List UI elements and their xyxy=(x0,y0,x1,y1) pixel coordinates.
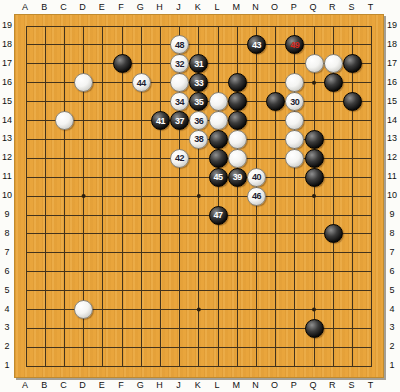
column-label-bottom-A: A xyxy=(22,380,28,390)
stone-black-L12[interactable] xyxy=(209,149,228,168)
move-number: 31 xyxy=(194,59,203,69)
stone-white-N10[interactable]: 46 xyxy=(247,187,266,206)
column-label-bottom-J: J xyxy=(176,380,181,390)
row-label-right-13: 13 xyxy=(387,133,397,143)
stone-white-G16[interactable]: 44 xyxy=(132,73,151,92)
last-move-number: 49 xyxy=(290,40,299,50)
stone-black-H14[interactable]: 41 xyxy=(151,111,170,130)
stone-white-P12[interactable] xyxy=(285,149,304,168)
go-board[interactable]: 3031323334353637383940414243444546474849 xyxy=(14,14,384,378)
row-label-left-4: 4 xyxy=(4,304,9,314)
row-label-left-1: 1 xyxy=(4,360,9,370)
column-label-top-H: H xyxy=(156,2,163,12)
move-number: 39 xyxy=(233,172,242,182)
stone-black-Q12[interactable] xyxy=(305,149,324,168)
row-label-right-5: 5 xyxy=(389,285,394,295)
stone-black-M11[interactable]: 39 xyxy=(228,168,247,187)
column-label-top-T: T xyxy=(368,2,374,12)
stone-black-L13[interactable] xyxy=(209,130,228,149)
row-label-left-8: 8 xyxy=(4,228,9,238)
move-number: 45 xyxy=(213,172,222,182)
stone-white-C14[interactable] xyxy=(55,111,74,130)
row-label-right-6: 6 xyxy=(389,266,394,276)
star-point xyxy=(312,194,316,198)
move-number: 41 xyxy=(156,116,165,126)
stone-white-D4[interactable] xyxy=(74,300,93,319)
row-label-right-17: 17 xyxy=(387,58,397,68)
row-label-left-7: 7 xyxy=(4,247,9,257)
stone-black-J14[interactable]: 37 xyxy=(170,111,189,130)
column-label-top-F: F xyxy=(118,2,124,12)
star-point xyxy=(82,194,86,198)
stone-white-M13[interactable] xyxy=(228,130,247,149)
move-number: 30 xyxy=(290,97,299,107)
stone-black-S15[interactable] xyxy=(343,92,362,111)
column-label-bottom-F: F xyxy=(118,380,124,390)
column-label-bottom-T: T xyxy=(368,380,374,390)
column-label-bottom-N: N xyxy=(252,380,259,390)
move-number: 32 xyxy=(175,59,184,69)
column-label-top-O: O xyxy=(271,2,278,12)
column-label-top-C: C xyxy=(60,2,67,12)
stone-black-Q3[interactable] xyxy=(305,319,324,338)
move-number: 40 xyxy=(252,172,261,182)
row-label-left-10: 10 xyxy=(2,190,12,200)
column-label-top-L: L xyxy=(214,2,219,12)
row-label-right-16: 16 xyxy=(387,77,397,87)
stone-white-N11[interactable]: 40 xyxy=(247,168,266,187)
row-label-right-7: 7 xyxy=(389,247,394,257)
stone-black-Q11[interactable] xyxy=(305,168,324,187)
row-label-right-14: 14 xyxy=(387,115,397,125)
stone-white-L14[interactable] xyxy=(209,111,228,130)
column-label-top-M: M xyxy=(232,2,240,12)
row-label-left-14: 14 xyxy=(2,115,12,125)
row-label-right-2: 2 xyxy=(389,341,394,351)
row-label-right-1: 1 xyxy=(389,360,394,370)
move-number: 44 xyxy=(137,78,146,88)
stone-white-Q17[interactable] xyxy=(305,54,324,73)
row-label-left-5: 5 xyxy=(4,285,9,295)
row-label-right-8: 8 xyxy=(389,228,394,238)
column-label-top-J: J xyxy=(176,2,181,12)
column-label-top-E: E xyxy=(99,2,105,12)
column-label-top-K: K xyxy=(195,2,201,12)
column-label-bottom-C: C xyxy=(60,380,67,390)
move-number: 36 xyxy=(194,116,203,126)
move-number: 46 xyxy=(252,191,261,201)
column-label-bottom-B: B xyxy=(41,380,47,390)
row-label-right-15: 15 xyxy=(387,96,397,106)
row-label-left-6: 6 xyxy=(4,266,9,276)
row-label-right-10: 10 xyxy=(387,190,397,200)
column-label-bottom-D: D xyxy=(79,380,86,390)
column-label-top-R: R xyxy=(329,2,336,12)
row-label-left-15: 15 xyxy=(2,96,12,106)
move-number: 34 xyxy=(175,97,184,107)
stone-black-F17[interactable] xyxy=(113,54,132,73)
go-game-view: 3031323334353637383940414243444546474849… xyxy=(0,0,400,392)
stone-black-L11[interactable]: 45 xyxy=(209,168,228,187)
row-label-left-18: 18 xyxy=(2,39,12,49)
row-label-left-9: 9 xyxy=(4,209,9,219)
column-label-top-G: G xyxy=(137,2,144,12)
stone-white-M12[interactable] xyxy=(228,149,247,168)
row-label-left-19: 19 xyxy=(2,20,12,30)
move-number: 48 xyxy=(175,40,184,50)
star-point xyxy=(312,81,316,85)
row-label-right-18: 18 xyxy=(387,39,397,49)
move-number: 35 xyxy=(194,97,203,107)
column-label-top-A: A xyxy=(22,2,28,12)
stone-white-J12[interactable]: 42 xyxy=(170,149,189,168)
row-label-left-2: 2 xyxy=(4,341,9,351)
column-label-top-S: S xyxy=(348,2,354,12)
column-label-top-B: B xyxy=(41,2,47,12)
row-label-right-11: 11 xyxy=(387,171,396,181)
move-number: 43 xyxy=(252,40,261,50)
row-label-right-3: 3 xyxy=(389,322,394,332)
star-point xyxy=(197,308,201,312)
star-point xyxy=(312,308,316,312)
star-point xyxy=(197,194,201,198)
move-number: 42 xyxy=(175,153,184,163)
row-label-right-4: 4 xyxy=(389,304,394,314)
column-label-bottom-L: L xyxy=(214,380,219,390)
row-label-right-12: 12 xyxy=(387,152,397,162)
stone-black-R8[interactable] xyxy=(324,224,343,243)
column-label-bottom-G: G xyxy=(137,380,144,390)
move-number: 33 xyxy=(194,78,203,88)
row-label-left-17: 17 xyxy=(2,58,12,68)
column-label-bottom-O: O xyxy=(271,380,278,390)
column-label-bottom-P: P xyxy=(291,380,297,390)
stone-black-R16[interactable] xyxy=(324,73,343,92)
row-label-right-19: 19 xyxy=(387,20,397,30)
stone-black-M16[interactable] xyxy=(228,73,247,92)
stone-black-M15[interactable] xyxy=(228,92,247,111)
stone-white-L15[interactable] xyxy=(209,92,228,111)
column-label-bottom-R: R xyxy=(329,380,336,390)
column-label-bottom-S: S xyxy=(348,380,354,390)
row-label-left-11: 11 xyxy=(2,171,11,181)
column-label-top-N: N xyxy=(252,2,259,12)
stone-black-Q13[interactable] xyxy=(305,130,324,149)
row-label-left-12: 12 xyxy=(2,152,12,162)
row-label-left-3: 3 xyxy=(4,322,9,332)
column-label-top-D: D xyxy=(79,2,86,12)
column-label-bottom-Q: Q xyxy=(309,380,316,390)
column-label-bottom-H: H xyxy=(156,380,163,390)
column-label-bottom-M: M xyxy=(232,380,240,390)
stone-black-M14[interactable] xyxy=(228,111,247,130)
column-label-bottom-K: K xyxy=(195,380,201,390)
column-label-bottom-E: E xyxy=(99,380,105,390)
column-label-top-Q: Q xyxy=(309,2,316,12)
move-number: 38 xyxy=(194,134,203,144)
row-label-left-16: 16 xyxy=(2,77,12,87)
column-label-top-P: P xyxy=(291,2,297,12)
stone-black-L9[interactable]: 47 xyxy=(209,206,228,225)
move-number: 37 xyxy=(175,116,184,126)
stone-white-R17[interactable] xyxy=(324,54,343,73)
move-number: 47 xyxy=(213,210,222,220)
row-label-right-9: 9 xyxy=(389,209,394,219)
row-label-left-13: 13 xyxy=(2,133,12,143)
